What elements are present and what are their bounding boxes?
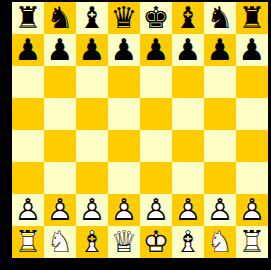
square-h6[interactable] [236,66,268,98]
square-f2[interactable]: ♟♙ [172,194,204,226]
piece-black-pawn[interactable]: ♟ [108,34,140,66]
piece-black-king[interactable]: ♚ [140,2,172,34]
square-g2[interactable]: ♟♙ [204,194,236,226]
piece-black-pawn[interactable]: ♟ [12,34,44,66]
piece-white-knight[interactable]: ♞♘ [204,226,236,258]
square-a2[interactable]: ♟♙ [12,194,44,226]
white-piece-outline: ♙ [204,194,236,226]
piece-black-pawn[interactable]: ♟ [76,34,108,66]
square-h7[interactable]: ♟ [236,34,268,66]
square-h8[interactable]: ♜ [236,2,268,34]
square-b2[interactable]: ♟♙ [44,194,76,226]
square-b3[interactable] [44,162,76,194]
white-piece-outline: ♗ [172,226,204,258]
piece-white-bishop[interactable]: ♝♗ [76,226,108,258]
white-piece-outline: ♕ [108,226,140,258]
square-a5[interactable] [12,98,44,130]
square-e6[interactable] [140,66,172,98]
piece-black-queen[interactable]: ♛ [108,2,140,34]
square-b1[interactable]: ♞♘ [44,226,76,258]
piece-black-knight[interactable]: ♞ [44,2,76,34]
square-h1[interactable]: ♜♖ [236,226,268,258]
square-f4[interactable] [172,130,204,162]
square-g8[interactable]: ♞ [204,2,236,34]
white-piece-outline: ♙ [76,194,108,226]
piece-black-rook[interactable]: ♜ [236,2,268,34]
square-b7[interactable]: ♟ [44,34,76,66]
white-piece-outline: ♖ [236,226,268,258]
square-f5[interactable] [172,98,204,130]
square-b8[interactable]: ♞ [44,2,76,34]
square-a6[interactable] [12,66,44,98]
piece-white-pawn[interactable]: ♟♙ [236,194,268,226]
square-c4[interactable] [76,130,108,162]
square-c1[interactable]: ♝♗ [76,226,108,258]
square-h3[interactable] [236,162,268,194]
square-a4[interactable] [12,130,44,162]
square-g6[interactable] [204,66,236,98]
white-piece-outline: ♙ [12,194,44,226]
white-piece-outline: ♘ [204,226,236,258]
square-f8[interactable]: ♝ [172,2,204,34]
white-piece-outline: ♗ [76,226,108,258]
square-a1[interactable]: ♜♖ [12,226,44,258]
square-e1[interactable]: ♚♔ [140,226,172,258]
square-f1[interactable]: ♝♗ [172,226,204,258]
piece-black-pawn[interactable]: ♟ [204,34,236,66]
square-f3[interactable] [172,162,204,194]
square-b5[interactable] [44,98,76,130]
piece-black-pawn[interactable]: ♟ [236,34,268,66]
square-d5[interactable] [108,98,140,130]
square-c6[interactable] [76,66,108,98]
square-g1[interactable]: ♞♘ [204,226,236,258]
piece-white-king[interactable]: ♚♔ [140,226,172,258]
square-e8[interactable]: ♚ [140,2,172,34]
square-h2[interactable]: ♟♙ [236,194,268,226]
piece-white-pawn[interactable]: ♟♙ [12,194,44,226]
square-b6[interactable] [44,66,76,98]
piece-black-pawn[interactable]: ♟ [172,34,204,66]
square-g7[interactable]: ♟ [204,34,236,66]
square-c7[interactable]: ♟ [76,34,108,66]
square-a7[interactable]: ♟ [12,34,44,66]
piece-white-rook[interactable]: ♜♖ [236,226,268,258]
square-d8[interactable]: ♛ [108,2,140,34]
piece-white-pawn[interactable]: ♟♙ [204,194,236,226]
square-d6[interactable] [108,66,140,98]
piece-black-bishop[interactable]: ♝ [76,2,108,34]
piece-white-pawn[interactable]: ♟♙ [108,194,140,226]
square-d3[interactable] [108,162,140,194]
piece-white-pawn[interactable]: ♟♙ [44,194,76,226]
square-d2[interactable]: ♟♙ [108,194,140,226]
square-d1[interactable]: ♛♕ [108,226,140,258]
white-piece-outline: ♙ [44,194,76,226]
white-piece-outline: ♘ [44,226,76,258]
square-c2[interactable]: ♟♙ [76,194,108,226]
square-d7[interactable]: ♟ [108,34,140,66]
white-piece-outline: ♙ [172,194,204,226]
piece-white-rook[interactable]: ♜♖ [12,226,44,258]
square-a8[interactable]: ♜ [12,2,44,34]
square-a3[interactable] [12,162,44,194]
square-e4[interactable] [140,130,172,162]
piece-white-knight[interactable]: ♞♘ [44,226,76,258]
piece-white-pawn[interactable]: ♟♙ [172,194,204,226]
white-piece-outline: ♖ [12,226,44,258]
square-c3[interactable] [76,162,108,194]
square-g3[interactable] [204,162,236,194]
square-c8[interactable]: ♝ [76,2,108,34]
square-e5[interactable] [140,98,172,130]
piece-white-pawn[interactable]: ♟♙ [140,194,172,226]
white-piece-outline: ♙ [140,194,172,226]
piece-white-queen[interactable]: ♛♕ [108,226,140,258]
square-h4[interactable] [236,130,268,162]
square-d4[interactable] [108,130,140,162]
square-g5[interactable] [204,98,236,130]
square-e7[interactable]: ♟ [140,34,172,66]
piece-white-pawn[interactable]: ♟♙ [76,194,108,226]
piece-white-bishop[interactable]: ♝♗ [172,226,204,258]
white-piece-outline: ♙ [108,194,140,226]
chess-board: ♜♞♝♛♚♝♞♜♟♟♟♟♟♟♟♟♟♙♟♙♟♙♟♙♟♙♟♙♟♙♟♙♜♖♞♘♝♗♛♕… [12,2,268,258]
square-f6[interactable] [172,66,204,98]
square-e3[interactable] [140,162,172,194]
chess-app-window: ♜♞♝♛♚♝♞♜♟♟♟♟♟♟♟♟♟♙♟♙♟♙♟♙♟♙♟♙♟♙♟♙♜♖♞♘♝♗♛♕… [0,0,271,270]
piece-black-pawn[interactable]: ♟ [44,34,76,66]
white-piece-outline: ♔ [140,226,172,258]
square-c5[interactable] [76,98,108,130]
white-piece-outline: ♙ [236,194,268,226]
square-f7[interactable]: ♟ [172,34,204,66]
piece-black-rook[interactable]: ♜ [12,2,44,34]
square-g4[interactable] [204,130,236,162]
piece-black-pawn[interactable]: ♟ [140,34,172,66]
square-b4[interactable] [44,130,76,162]
square-h5[interactable] [236,98,268,130]
square-e2[interactable]: ♟♙ [140,194,172,226]
piece-black-bishop[interactable]: ♝ [172,2,204,34]
piece-black-knight[interactable]: ♞ [204,2,236,34]
